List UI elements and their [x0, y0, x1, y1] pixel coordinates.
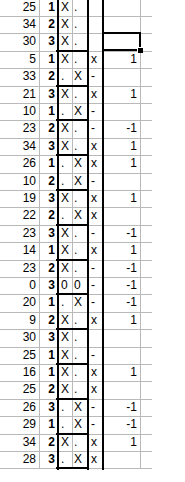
cell-net[interactable]: 1 [104, 312, 137, 329]
cell-net[interactable]: -1 [104, 225, 137, 242]
cell-result-mark[interactable]: x [90, 86, 103, 103]
worksheet: 251X.342X.303X.51X.x1332.X-213X.x1101.X-… [0, 0, 185, 482]
cell-group[interactable]: 2 [39, 434, 55, 451]
cell-result-mark[interactable]: x [90, 138, 103, 155]
cell-group[interactable]: 2 [39, 68, 55, 85]
cell-number[interactable]: 30 [0, 33, 36, 50]
cell-result-mark[interactable]: - [90, 103, 103, 120]
cell-number[interactable]: 34 [0, 16, 36, 33]
cell-result-mark[interactable]: - [90, 68, 103, 85]
cell-mark2[interactable]: . [73, 364, 87, 381]
cell-result-mark[interactable]: - [90, 260, 103, 277]
cell-number[interactable]: 23 [0, 120, 36, 137]
cell-group[interactable]: 3 [39, 33, 55, 50]
cell-mark1[interactable]: X [60, 260, 73, 277]
cell-group[interactable]: 3 [39, 225, 55, 242]
cell-number[interactable]: 25 [0, 381, 36, 398]
cell-mark1[interactable]: X [60, 434, 73, 451]
cell-mark2[interactable]: . [73, 260, 87, 277]
cell-group[interactable]: 1 [39, 416, 55, 433]
cell-mark1[interactable]: . [60, 399, 73, 416]
cell-net[interactable]: 1 [104, 86, 137, 103]
cell-group[interactable]: 3 [39, 138, 55, 155]
cell-result-mark[interactable]: - [90, 173, 103, 190]
cell-number[interactable]: 30 [0, 329, 36, 346]
cell-mark2[interactable]: . [73, 329, 87, 346]
cell-group[interactable]: 3 [39, 86, 55, 103]
cell-mark2[interactable]: . [73, 225, 87, 242]
cell-mark1[interactable]: . [60, 103, 73, 120]
cell-mark2[interactable]: . [73, 434, 87, 451]
cell-group[interactable]: 2 [39, 381, 55, 398]
cell-number[interactable]: 21 [0, 86, 36, 103]
cell-group[interactable]: 3 [39, 277, 55, 294]
cell-group[interactable]: 1 [39, 0, 55, 16]
cell-net[interactable]: -1 [104, 260, 137, 277]
cell-mark1[interactable]: X [60, 86, 73, 103]
cell-number[interactable]: 25 [0, 0, 36, 16]
cell-result-mark[interactable]: x [90, 155, 103, 172]
cell-mark2[interactable]: X [73, 103, 87, 120]
cell-mark2[interactable]: . [73, 347, 87, 364]
cell-mark1[interactable]: . [60, 294, 73, 311]
cell-mark2[interactable]: X [73, 451, 87, 468]
cell-number[interactable]: 26 [0, 155, 36, 172]
column-gridline [140, 0, 141, 469]
cell-mark2[interactable]: . [73, 33, 87, 50]
cell-number[interactable]: 20 [0, 294, 36, 311]
cell-mark1[interactable]: X [60, 16, 73, 33]
cell-mark2[interactable]: . [73, 242, 87, 259]
cell-number[interactable]: 22 [0, 207, 36, 224]
cell-mark2[interactable]: X [73, 399, 87, 416]
cell-number[interactable]: 10 [0, 173, 36, 190]
cell-net[interactable]: -1 [104, 120, 137, 137]
cell-number[interactable]: 16 [0, 364, 36, 381]
cell-result-mark[interactable]: x [90, 190, 103, 207]
cell-result-mark[interactable]: x [90, 207, 103, 224]
cell-net[interactable]: 1 [104, 190, 137, 207]
cell-mark1[interactable]: . [60, 416, 73, 433]
cell-mark2[interactable]: . [73, 51, 87, 68]
cell-number[interactable]: 33 [0, 68, 36, 85]
cell-mark2[interactable]: . [73, 381, 87, 398]
cell-mark2[interactable]: X [73, 173, 87, 190]
cell-mark1[interactable]: X [60, 0, 73, 16]
cell-mark2[interactable]: . [73, 312, 87, 329]
cell-mark1[interactable]: X [60, 381, 73, 398]
cell-number[interactable]: 10 [0, 103, 36, 120]
cell-net[interactable]: -1 [104, 399, 137, 416]
cell-result-mark[interactable]: - [90, 347, 103, 364]
cell-result-mark[interactable]: - [90, 120, 103, 137]
cell-net[interactable]: -1 [104, 294, 137, 311]
cell-mark1[interactable]: . [60, 451, 73, 468]
cell-number[interactable]: 34 [0, 138, 36, 155]
cell-net[interactable]: 1 [104, 155, 137, 172]
cell-result-mark[interactable]: x [90, 364, 103, 381]
cell-mark2[interactable]: . [73, 138, 87, 155]
cell-result-mark[interactable]: x [90, 451, 103, 468]
cell-mark1[interactable]: X [60, 347, 73, 364]
cell-mark2[interactable]: . [73, 0, 87, 16]
cell-mark1[interactable]: X [60, 312, 73, 329]
cell-net[interactable]: 1 [104, 242, 137, 259]
cell-net[interactable]: -1 [104, 416, 137, 433]
cell-mark2[interactable]: X [73, 155, 87, 172]
cell-net[interactable]: 1 [104, 51, 137, 68]
cell-mark1[interactable]: X [60, 329, 73, 346]
cell-result-mark[interactable]: - [90, 277, 103, 294]
cell-mark2[interactable]: X [73, 294, 87, 311]
cell-mark1[interactable]: . [60, 207, 73, 224]
cell-group[interactable]: 1 [39, 347, 55, 364]
cell-result-mark[interactable]: x [90, 51, 103, 68]
cell-group[interactable]: 2 [39, 173, 55, 190]
cell-number[interactable]: 5 [0, 51, 36, 68]
cell-net[interactable]: -1 [104, 277, 137, 294]
cell-group[interactable]: 1 [39, 294, 55, 311]
cell-group[interactable]: 3 [39, 399, 55, 416]
cell-result-mark[interactable]: - [90, 399, 103, 416]
cell-number[interactable]: 26 [0, 399, 36, 416]
cell-group[interactable]: 1 [39, 103, 55, 120]
cell-mark1[interactable]: X [60, 120, 73, 137]
cell-result-mark[interactable]: x [90, 312, 103, 329]
cell-group[interactable]: 3 [39, 329, 55, 346]
selection-cursor[interactable] [102, 32, 141, 51]
cell-number[interactable]: 9 [0, 312, 36, 329]
cell-group[interactable]: 2 [39, 120, 55, 137]
cell-result-mark[interactable]: x [90, 434, 103, 451]
cell-number[interactable]: 25 [0, 347, 36, 364]
cell-result-mark[interactable]: x [90, 242, 103, 259]
cell-net[interactable]: 1 [104, 364, 137, 381]
cell-mark1[interactable]: X [60, 225, 73, 242]
cell-net[interactable]: 1 [104, 434, 137, 451]
cell-group[interactable]: 3 [39, 451, 55, 468]
cell-mark2[interactable]: 0 [73, 277, 87, 294]
cell-mark2[interactable]: X [73, 68, 87, 85]
cell-result-mark[interactable]: - [90, 294, 103, 311]
cell-group[interactable]: 2 [39, 16, 55, 33]
cell-result-mark[interactable]: - [90, 225, 103, 242]
cell-mark1[interactable]: . [60, 173, 73, 190]
cell-number[interactable]: 0 [0, 277, 36, 294]
cell-mark1[interactable]: 0 [60, 277, 73, 294]
cell-number[interactable]: 23 [0, 260, 36, 277]
cell-group[interactable]: 1 [39, 242, 55, 259]
cell-mark1[interactable]: X [60, 138, 73, 155]
cell-group[interactable]: 2 [39, 260, 55, 277]
cell-mark1[interactable]: X [60, 51, 73, 68]
cell-number[interactable]: 23 [0, 225, 36, 242]
cell-result-mark[interactable]: x [90, 381, 103, 398]
cell-mark2[interactable]: . [73, 16, 87, 33]
cell-mark1[interactable]: . [60, 155, 73, 172]
cell-mark1[interactable]: X [60, 190, 73, 207]
fill-handle[interactable] [137, 47, 143, 53]
cell-number[interactable]: 34 [0, 434, 36, 451]
cell-group[interactable]: 2 [39, 207, 55, 224]
cell-group[interactable]: 3 [39, 190, 55, 207]
cell-group[interactable]: 1 [39, 51, 55, 68]
cell-group[interactable]: 2 [39, 312, 55, 329]
cell-net[interactable]: 1 [104, 138, 137, 155]
cell-mark1[interactable]: . [60, 68, 73, 85]
cell-group[interactable]: 1 [39, 155, 55, 172]
cell-number[interactable]: 14 [0, 242, 36, 259]
cell-mark2[interactable]: . [73, 86, 87, 103]
cell-mark1[interactable]: X [60, 364, 73, 381]
cell-result-mark[interactable]: - [90, 416, 103, 433]
cell-number[interactable]: 28 [0, 451, 36, 468]
cell-group[interactable]: 1 [39, 364, 55, 381]
cell-mark1[interactable]: X [60, 33, 73, 50]
cell-mark2[interactable]: . [73, 120, 87, 137]
cell-mark1[interactable]: X [60, 242, 73, 259]
cell-number[interactable]: 29 [0, 416, 36, 433]
cell-mark2[interactable]: X [73, 207, 87, 224]
cell-number[interactable]: 19 [0, 190, 36, 207]
cell-mark2[interactable]: X [73, 416, 87, 433]
cell-mark2[interactable]: . [73, 190, 87, 207]
